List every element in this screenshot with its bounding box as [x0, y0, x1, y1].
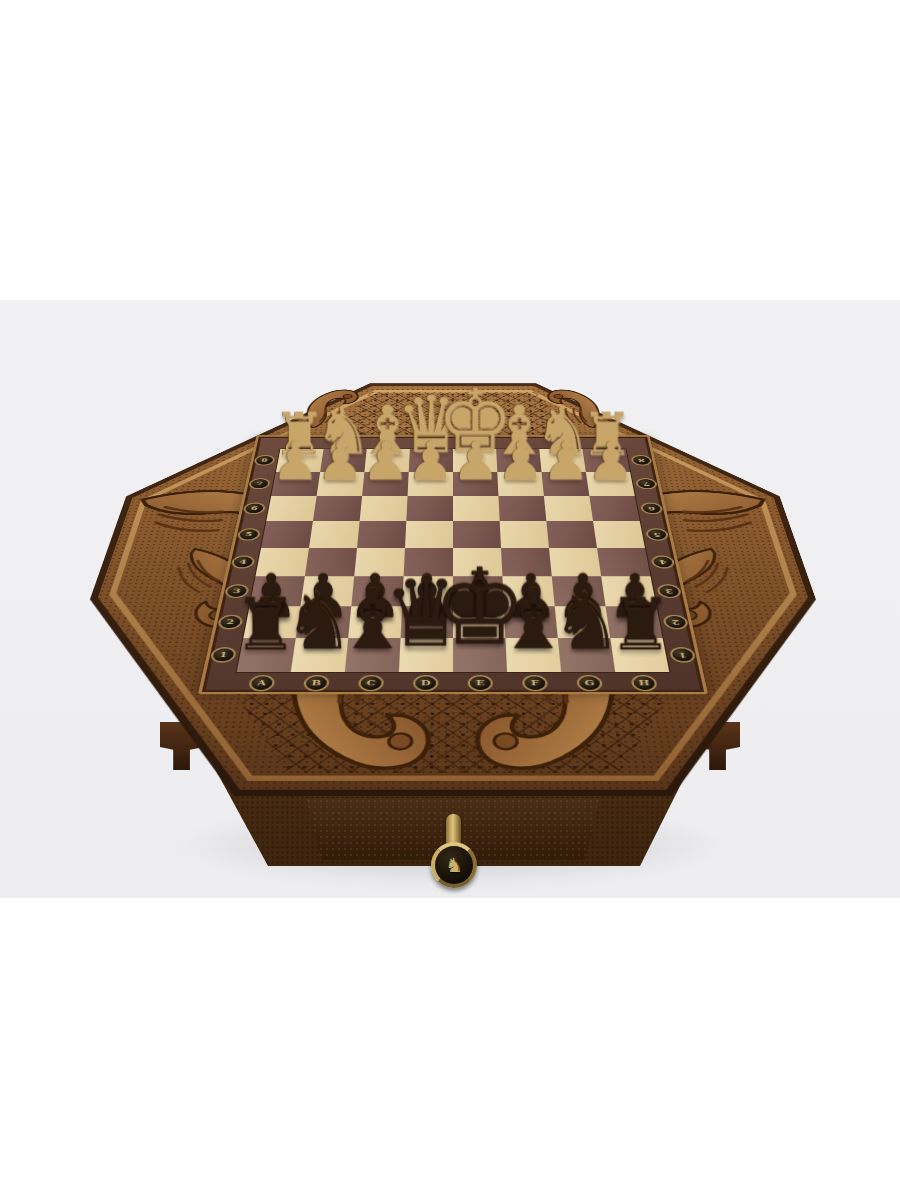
file-badge-d: D: [415, 676, 436, 689]
lattice-carving-bottom: [216, 689, 691, 773]
square-e5: [453, 521, 501, 548]
square-a7: [271, 472, 320, 496]
file-badge-g: G: [579, 676, 601, 689]
chess-board: ABCDEFGH8877665544332211 ♜♞♝♛♚♝♞♜♟♟♟♟♟♟♟…: [21, 383, 886, 796]
square-d6: [406, 496, 453, 521]
square-c8: [364, 449, 409, 472]
rank-badge-right-7: 7: [637, 479, 656, 488]
square-d7: [408, 472, 453, 496]
rank-badge-right-1: 1: [671, 649, 694, 662]
square-f6: [498, 496, 546, 521]
board-cell: ♞: [558, 637, 615, 671]
rank-badge-left-5: 5: [239, 529, 259, 539]
square-c7: [362, 472, 409, 496]
square-d5: [405, 521, 453, 548]
product-photo: ♞: [0, 300, 900, 898]
file-badge-b: B: [305, 676, 327, 689]
square-b8: [320, 449, 367, 472]
square-e8: [453, 449, 497, 472]
rank-badge-left-8: 8: [255, 456, 273, 465]
square-g5: [546, 521, 597, 548]
board-scene: ABCDEFGH8877665544332211 ♜♞♝♛♚♝♞♜♟♟♟♟♟♟♟…: [0, 300, 900, 898]
square-c5: [357, 521, 406, 548]
file-badge-c: C: [360, 676, 381, 689]
rank-badge-left-1: 1: [212, 649, 235, 662]
file-badge-h: H: [633, 676, 656, 689]
square-e7: [453, 472, 498, 496]
square-b7: [317, 472, 365, 496]
rank-badge-right-8: 8: [632, 456, 650, 465]
square-f8: [496, 449, 541, 472]
square-f5: [500, 521, 549, 548]
square-h7: [586, 472, 635, 496]
square-c6: [360, 496, 408, 521]
square-h8: [582, 449, 630, 472]
square-a8: [276, 449, 324, 472]
square-b5: [309, 521, 360, 548]
square-a6: [266, 496, 316, 521]
file-badge-a: A: [250, 676, 273, 689]
rank-badge-left-7: 7: [250, 479, 269, 488]
square-b6: [313, 496, 362, 521]
file-badge-f: F: [524, 676, 545, 689]
rank-badge-right-6: 6: [642, 504, 661, 514]
square-g7: [542, 472, 590, 496]
piece-black-rook: ♜: [608, 589, 672, 660]
square-d8: [409, 449, 453, 472]
rank-badge-right-5: 5: [647, 529, 667, 539]
board-cell: ♜: [610, 637, 669, 671]
square-g6: [544, 496, 593, 521]
page: ♞: [0, 0, 900, 1200]
square-h6: [589, 496, 639, 521]
file-badge-e: E: [470, 676, 491, 689]
square-a5: [261, 521, 313, 548]
square-f7: [497, 472, 544, 496]
square-g8: [539, 449, 586, 472]
square-h5: [593, 521, 645, 548]
rank-badge-left-6: 6: [245, 504, 264, 514]
square-e6: [453, 496, 500, 521]
